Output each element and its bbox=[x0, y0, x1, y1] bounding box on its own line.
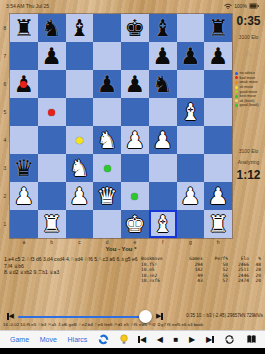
file-label-a: a bbox=[10, 239, 38, 245]
white-clock: 1:12 bbox=[233, 168, 264, 182]
square-b6[interactable] bbox=[38, 70, 66, 98]
opening-book-table[interactable]: BookmoveGamesPerf%Elo%10.f5!294502466481… bbox=[140, 256, 262, 284]
home-indicator-area bbox=[0, 348, 265, 354]
advice-dot-b5 bbox=[48, 109, 55, 116]
white-pawn-e4: ♟ bbox=[125, 127, 146, 154]
game-menu-button[interactable]: Game bbox=[10, 336, 29, 343]
advice-legend: no advicebad moveweak moveok movegood mo… bbox=[233, 71, 264, 108]
rank-label-3: 3 bbox=[1, 154, 9, 182]
rank-label-6: 6 bbox=[1, 70, 9, 98]
square-g4[interactable] bbox=[177, 126, 205, 154]
square-e5[interactable] bbox=[121, 98, 149, 126]
file-label-f: f bbox=[149, 239, 177, 245]
square-c5[interactable] bbox=[66, 98, 94, 126]
hint-lightbulb-icon[interactable] bbox=[120, 334, 128, 345]
black-king-e8: ♚ bbox=[125, 15, 146, 42]
black-pawn-f7: ♟ bbox=[152, 43, 173, 70]
move-menu-button[interactable]: Move bbox=[40, 336, 57, 343]
square-c6[interactable] bbox=[66, 70, 94, 98]
square-d5[interactable] bbox=[93, 98, 121, 126]
skip-to-start-button[interactable]: ◀ bbox=[138, 335, 146, 344]
square-a4[interactable] bbox=[10, 126, 38, 154]
white-elo: 3100 Elo bbox=[233, 148, 264, 154]
hiarcs-logo-icon[interactable] bbox=[98, 334, 109, 345]
square-e6[interactable]: ♟ bbox=[121, 70, 149, 98]
square-f4[interactable]: ♟ bbox=[149, 126, 177, 154]
square-a1[interactable] bbox=[10, 210, 38, 238]
opening-book-icon[interactable] bbox=[246, 334, 257, 345]
square-d4[interactable]: ♞ bbox=[93, 126, 121, 154]
white-knight-c3: ♞ bbox=[69, 155, 90, 182]
square-d3[interactable] bbox=[93, 154, 121, 182]
square-f6[interactable]: ♞ bbox=[149, 70, 177, 98]
step-back-button[interactable]: ◀ bbox=[157, 335, 163, 345]
square-e1[interactable]: ♚ bbox=[121, 210, 149, 238]
square-h2[interactable]: ♟ bbox=[204, 182, 232, 210]
black-bishop-c8: ♝ bbox=[69, 15, 90, 42]
book-value: 57 bbox=[204, 278, 229, 284]
engine-summary: 0:35 10.♘b3 (-2.45) 29657kN 729kN/s bbox=[186, 313, 263, 318]
advice-dot-a6 bbox=[20, 81, 27, 88]
file-label-b: b bbox=[38, 239, 66, 245]
book-move: 10.♗xf6 bbox=[140, 278, 179, 284]
skip-to-end-button[interactable]: ▶ bbox=[206, 335, 214, 344]
battery-percent: 100% bbox=[234, 3, 247, 9]
app-screen: 3:54 AM Thu Jul 25 100% 87654321 ♜♞♝♚♝♜♟… bbox=[0, 0, 265, 348]
black-pawn-e6: ♟ bbox=[125, 71, 146, 98]
file-label-d: d bbox=[93, 239, 121, 245]
white-pawn-g2: ♟ bbox=[180, 183, 201, 210]
slider-step-back-icon[interactable]: ◀ bbox=[7, 312, 14, 320]
square-e8[interactable]: ♚ bbox=[121, 14, 149, 42]
legend-label: best move bbox=[240, 94, 257, 98]
flip-board-icon[interactable] bbox=[224, 334, 235, 345]
advice-dot-d3 bbox=[104, 165, 111, 172]
white-rook-b1: ♜ bbox=[41, 211, 62, 238]
square-g7[interactable]: ♟ bbox=[177, 42, 205, 70]
square-a5[interactable] bbox=[10, 98, 38, 126]
black-knight-f6: ♞ bbox=[152, 71, 173, 98]
white-rook-h1: ♜ bbox=[208, 211, 229, 238]
move-list-line1: 1.e4 c5 2.♘f3 d6 3.d4 cxd4 4.♘xd4 ♘f6 5.… bbox=[4, 256, 140, 269]
square-a2[interactable]: ♟ bbox=[10, 182, 38, 210]
black-bishop-f8: ♝ bbox=[152, 15, 173, 42]
black-knight-b8: ♞ bbox=[41, 15, 62, 42]
square-e2[interactable] bbox=[121, 182, 149, 210]
square-b3[interactable] bbox=[38, 154, 66, 182]
square-c1[interactable] bbox=[66, 210, 94, 238]
move-list[interactable]: 1.e4 c5 2.♘f3 d6 3.d4 cxd4 4.♘xd4 ♘f6 5.… bbox=[4, 256, 140, 276]
square-a6[interactable]: ♟ bbox=[10, 70, 38, 98]
engine-status: Analyzing bbox=[233, 159, 264, 165]
rank-label-7: 7 bbox=[1, 42, 9, 70]
square-b8[interactable]: ♞ bbox=[38, 14, 66, 42]
book-value: 20 bbox=[250, 278, 262, 284]
file-label-e: e bbox=[121, 239, 149, 245]
advice-dot-e2 bbox=[131, 193, 138, 200]
status-date: Thu Jul 25 bbox=[26, 3, 49, 9]
black-elo: 3100 Elo bbox=[233, 34, 264, 40]
square-h7[interactable]: ♟ bbox=[204, 42, 232, 70]
square-h4[interactable] bbox=[204, 126, 232, 154]
players-line: You - You * bbox=[0, 246, 242, 252]
rank-label-8: 8 bbox=[1, 14, 9, 42]
file-label-c: c bbox=[66, 239, 94, 245]
white-pawn-c2: ♟ bbox=[69, 183, 90, 210]
square-g8[interactable] bbox=[177, 14, 205, 42]
status-time-date: 3:54 AM Thu Jul 25 bbox=[6, 3, 49, 9]
square-e4[interactable]: ♟ bbox=[121, 126, 149, 154]
legend-dot bbox=[235, 99, 238, 102]
rank-label-2: 2 bbox=[1, 182, 9, 210]
square-f8[interactable]: ♝ bbox=[149, 14, 177, 42]
square-f3[interactable] bbox=[149, 154, 177, 182]
square-b4[interactable] bbox=[38, 126, 66, 154]
book-value: 2474 bbox=[229, 278, 250, 284]
engine-pv-line: 16 -0.02 10.f5 e5 ♘b3 ♕a5 ♗xf6 gxf6 ♘e2 … bbox=[3, 322, 262, 327]
status-time: 3:54 AM bbox=[6, 3, 24, 9]
legend-dot bbox=[235, 86, 238, 89]
legend-item: good (book) bbox=[235, 103, 264, 108]
rank-labels: 87654321 bbox=[1, 14, 9, 238]
black-pawn-b7: ♟ bbox=[41, 43, 62, 70]
legend-label: ok move bbox=[240, 85, 254, 89]
square-f7[interactable]: ♟ bbox=[149, 42, 177, 70]
white-pawn-f4: ♟ bbox=[152, 127, 173, 154]
slider-step-forward-icon[interactable]: ▶ bbox=[156, 312, 163, 320]
black-rook-h8: ♜ bbox=[208, 15, 229, 42]
stop-button[interactable]: ■ bbox=[174, 335, 179, 345]
square-h6[interactable] bbox=[204, 70, 232, 98]
square-d7[interactable] bbox=[93, 42, 121, 70]
square-d1[interactable] bbox=[93, 210, 121, 238]
square-g6[interactable] bbox=[177, 70, 205, 98]
square-g1[interactable] bbox=[177, 210, 205, 238]
file-label-h: h bbox=[204, 239, 232, 245]
file-labels: abcdefgh bbox=[10, 239, 232, 245]
battery-icon bbox=[249, 3, 259, 9]
replay-slider-track[interactable] bbox=[18, 316, 152, 319]
square-b5[interactable] bbox=[38, 98, 66, 126]
bottom-toolbar: Game Move Hiarcs ◀ ◀ ■ ▶ ▶ bbox=[0, 330, 265, 348]
black-pawn-g7: ♟ bbox=[180, 43, 201, 70]
white-pawn-h2: ♟ bbox=[208, 183, 229, 210]
book-header-row: BookmoveGamesPerf%Elo% bbox=[140, 256, 262, 262]
legend-label: ok (book) bbox=[240, 99, 255, 103]
file-label-g: g bbox=[177, 239, 205, 245]
square-f2[interactable] bbox=[149, 182, 177, 210]
white-king-e1: ♚ bbox=[125, 211, 146, 238]
black-rook-a8: ♜ bbox=[14, 15, 35, 42]
legend-dot bbox=[235, 76, 238, 79]
legend-label: good move bbox=[240, 90, 258, 94]
legend-dot bbox=[235, 104, 238, 107]
right-panel: 0:35 3100 Elo ♘ no advicebad moveweak mo… bbox=[233, 14, 264, 182]
legend-label: no advice bbox=[240, 71, 255, 75]
square-a3[interactable]: ♛ bbox=[10, 154, 38, 182]
square-c7[interactable] bbox=[66, 42, 94, 70]
square-a7[interactable] bbox=[10, 42, 38, 70]
legend-label: good (book) bbox=[240, 103, 259, 107]
hiarcs-menu-button[interactable]: Hiarcs bbox=[68, 336, 88, 343]
legend-dot bbox=[235, 90, 238, 93]
white-bishop-g5: ♝ bbox=[180, 99, 201, 126]
square-f1[interactable]: ♝ bbox=[149, 210, 177, 238]
black-pawn-h7: ♟ bbox=[208, 43, 229, 70]
square-d2[interactable]: ♛ bbox=[93, 182, 121, 210]
square-e3[interactable] bbox=[121, 154, 149, 182]
square-h3[interactable] bbox=[204, 154, 232, 182]
square-g3[interactable] bbox=[177, 154, 205, 182]
status-bar: 3:54 AM Thu Jul 25 100% bbox=[0, 0, 265, 12]
white-knight-d4: ♞ bbox=[97, 127, 118, 154]
square-f5[interactable] bbox=[149, 98, 177, 126]
rank-label-1: 1 bbox=[1, 210, 9, 238]
white-queen-d2: ♛ bbox=[97, 183, 118, 210]
black-pawn-d6: ♟ bbox=[97, 71, 118, 98]
white-pawn-a2: ♟ bbox=[14, 183, 35, 210]
square-c4[interactable] bbox=[66, 126, 94, 154]
square-d6[interactable]: ♟ bbox=[93, 70, 121, 98]
legend-dot bbox=[235, 95, 238, 98]
book-value: 43 bbox=[179, 278, 204, 284]
square-h5[interactable] bbox=[204, 98, 232, 126]
black-clock: 0:35 bbox=[233, 14, 264, 28]
square-c2[interactable]: ♟ bbox=[66, 182, 94, 210]
square-g5[interactable]: ♝ bbox=[177, 98, 205, 126]
legend-dot bbox=[235, 72, 238, 75]
square-b7[interactable]: ♟ bbox=[38, 42, 66, 70]
legend-dot bbox=[235, 81, 238, 84]
rank-label-4: 4 bbox=[1, 126, 9, 154]
square-h1[interactable]: ♜ bbox=[204, 210, 232, 238]
book-row[interactable]: 10.♗xf64357247420 bbox=[140, 278, 262, 284]
knight-indicator-icon: ♘ bbox=[233, 50, 264, 59]
rank-label-5: 5 bbox=[1, 98, 9, 126]
square-a8[interactable]: ♜ bbox=[10, 14, 38, 42]
square-d8[interactable] bbox=[93, 14, 121, 42]
legend-label: bad move bbox=[240, 76, 256, 80]
black-queen-a3: ♛ bbox=[14, 155, 35, 182]
move-list-line2: 8.♕d2 ♕xb2 9.♖b1 ♕a3 bbox=[4, 269, 140, 276]
wifi-icon bbox=[224, 3, 232, 9]
square-g2[interactable]: ♟ bbox=[177, 182, 205, 210]
square-b1[interactable]: ♜ bbox=[38, 210, 66, 238]
square-c3[interactable]: ♞ bbox=[66, 154, 94, 182]
square-e7[interactable] bbox=[121, 42, 149, 70]
chess-board[interactable]: ♜♞♝♚♝♜♟♟♟♟♟♟♟♞♝♞♟♟♛♞♟♟♛♟♟♜♚♝♜ bbox=[10, 14, 232, 238]
square-b2[interactable] bbox=[38, 182, 66, 210]
legend-label: weak move bbox=[240, 80, 258, 84]
square-c8[interactable]: ♝ bbox=[66, 14, 94, 42]
advice-dot-c4 bbox=[76, 137, 83, 144]
step-forward-button[interactable]: ▶ bbox=[189, 335, 195, 345]
white-bishop-f1: ♝ bbox=[152, 211, 173, 238]
square-h8[interactable]: ♜ bbox=[204, 14, 232, 42]
